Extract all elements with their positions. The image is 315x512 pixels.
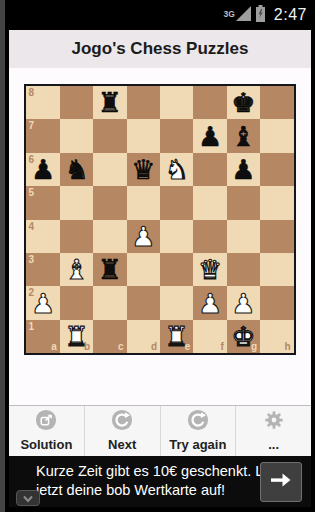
square-d8[interactable] <box>127 86 160 119</box>
square-f3[interactable]: ♛ <box>193 253 226 286</box>
square-g1[interactable]: g♚ <box>227 320 260 353</box>
try-again-label: Try again <box>169 437 226 452</box>
arrow-right-icon <box>269 470 293 494</box>
share-icon <box>35 409 57 434</box>
square-e3[interactable] <box>160 253 193 286</box>
square-e8[interactable] <box>160 86 193 119</box>
black-pawn-a6[interactable]: ♟ <box>31 156 55 183</box>
square-e1[interactable]: e♜ <box>160 320 193 353</box>
network-type-label: 3G <box>224 9 235 19</box>
chess-board: 8♜♚7♟♝6♟♞♛♞♟54♟3♝♜♛2♟♟♟1ab♜cde♜fg♚h <box>24 84 295 355</box>
square-a1[interactable]: 1a <box>26 320 59 353</box>
toolbar: Solution Next <box>9 405 311 456</box>
next-label: Next <box>108 437 136 452</box>
square-c1[interactable]: c <box>93 320 126 353</box>
square-b8[interactable] <box>60 86 93 119</box>
page-title: Jogo's Chess Puzzles <box>72 39 249 59</box>
white-bishop-b3[interactable]: ♝ <box>64 256 88 283</box>
refresh-icon <box>111 409 133 434</box>
square-g8[interactable]: ♚ <box>227 86 260 119</box>
square-b3[interactable]: ♝ <box>60 253 93 286</box>
square-c7[interactable] <box>93 119 126 152</box>
ad-collapse-button[interactable] <box>16 490 40 506</box>
square-g2[interactable]: ♟ <box>227 286 260 319</box>
refresh-icon <box>187 409 209 434</box>
rank-label-4: 4 <box>28 222 34 232</box>
black-rook-c3[interactable]: ♜ <box>98 256 122 283</box>
try-again-button[interactable]: Try again <box>161 406 237 456</box>
square-d3[interactable] <box>127 253 160 286</box>
square-e2[interactable] <box>160 286 193 319</box>
white-queen-f3[interactable]: ♛ <box>198 256 222 283</box>
square-f4[interactable] <box>193 220 226 253</box>
white-pawn-f2[interactable]: ♟ <box>198 290 222 317</box>
file-label-e: e <box>185 342 191 352</box>
square-g6[interactable]: ♟ <box>227 153 260 186</box>
square-f7[interactable]: ♟ <box>193 119 226 152</box>
rank-label-2: 2 <box>28 288 34 298</box>
square-b1[interactable]: b♜ <box>60 320 93 353</box>
square-c2[interactable] <box>93 286 126 319</box>
white-pawn-g2[interactable]: ♟ <box>231 290 255 317</box>
square-b7[interactable] <box>60 119 93 152</box>
solution-label: Solution <box>20 437 72 452</box>
square-b2[interactable] <box>60 286 93 319</box>
square-f5[interactable] <box>193 186 226 219</box>
file-label-h: h <box>284 342 290 352</box>
square-c4[interactable] <box>93 220 126 253</box>
square-g7[interactable]: ♝ <box>227 119 260 152</box>
square-c8[interactable]: ♜ <box>93 86 126 119</box>
square-g4[interactable] <box>227 220 260 253</box>
square-d4[interactable]: ♟ <box>127 220 160 253</box>
square-f8[interactable] <box>193 86 226 119</box>
chevron-down-icon <box>22 489 34 507</box>
square-d2[interactable] <box>127 286 160 319</box>
file-label-d: d <box>151 342 157 352</box>
black-king-g8[interactable]: ♚ <box>231 89 255 116</box>
square-f2[interactable]: ♟ <box>193 286 226 319</box>
square-h5[interactable] <box>260 186 293 219</box>
square-h7[interactable] <box>260 119 293 152</box>
square-d5[interactable] <box>127 186 160 219</box>
white-pawn-d4[interactable]: ♟ <box>131 223 155 250</box>
square-e5[interactable] <box>160 186 193 219</box>
square-f6[interactable] <box>193 153 226 186</box>
square-f1[interactable]: f <box>193 320 226 353</box>
file-label-a: a <box>51 342 57 352</box>
file-label-f: f <box>220 342 223 352</box>
rank-label-8: 8 <box>28 88 34 98</box>
black-knight-b6[interactable]: ♞ <box>64 156 88 183</box>
battery-icon <box>255 5 266 26</box>
square-g5[interactable] <box>227 186 260 219</box>
square-a3[interactable]: 3 <box>26 253 59 286</box>
ad-line1: Kurze Zeit gibt es 10€ geschenkt. Lade <box>36 462 288 481</box>
next-button[interactable]: Next <box>85 406 161 456</box>
square-c5[interactable] <box>93 186 126 219</box>
rank-label-1: 1 <box>28 322 34 332</box>
square-h6[interactable] <box>260 153 293 186</box>
board-area: 8♜♚7♟♝6♟♞♛♞♟54♟3♝♜♛2♟♟♟1ab♜cde♜fg♚h <box>9 84 311 355</box>
black-queen-d6[interactable]: ♛ <box>131 156 155 183</box>
phone-screen: 3G 2:47 Jogo's Chess Puzzles 8♜♚7♟♝6♟♞♛♞… <box>5 0 315 512</box>
square-a4[interactable]: 4 <box>26 220 59 253</box>
file-label-c: c <box>118 342 124 352</box>
white-pawn-a2[interactable]: ♟ <box>31 290 55 317</box>
square-a6[interactable]: 6♟ <box>26 153 59 186</box>
status-bar: 3G 2:47 <box>5 0 315 30</box>
square-e7[interactable] <box>160 119 193 152</box>
square-d6[interactable]: ♛ <box>127 153 160 186</box>
square-d1[interactable]: d <box>127 320 160 353</box>
square-a7[interactable]: 7 <box>26 119 59 152</box>
ad-line2: jetzt deine bob Wertkarte auf! <box>36 481 288 500</box>
solution-button[interactable]: Solution <box>9 406 85 456</box>
more-options-label: ... <box>268 437 279 452</box>
file-label-b: b <box>84 342 90 352</box>
ad-banner: Kurze Zeit gibt es 10€ geschenkt. Lade j… <box>9 456 311 507</box>
signal-indicator: 3G <box>224 6 251 25</box>
square-e6[interactable]: ♞ <box>160 153 193 186</box>
square-h8[interactable] <box>260 86 293 119</box>
black-pawn-g6[interactable]: ♟ <box>231 156 255 183</box>
ad-text[interactable]: Kurze Zeit gibt es 10€ geschenkt. Lade j… <box>36 462 288 500</box>
square-h4[interactable] <box>260 220 293 253</box>
clock: 2:47 <box>274 6 307 24</box>
rank-label-6: 6 <box>28 155 34 165</box>
square-g3[interactable] <box>227 253 260 286</box>
black-pawn-f7[interactable]: ♟ <box>198 123 222 150</box>
square-h1[interactable]: h <box>260 320 293 353</box>
square-a8[interactable]: 8 <box>26 86 59 119</box>
content-spacer <box>9 355 311 405</box>
signal-strength-icon <box>236 6 251 25</box>
more-options-button[interactable]: ... <box>236 406 311 456</box>
ad-action-button[interactable] <box>260 462 302 502</box>
square-b4[interactable] <box>60 220 93 253</box>
square-h2[interactable] <box>260 286 293 319</box>
gear-icon <box>263 409 285 434</box>
app-window: Jogo's Chess Puzzles 8♜♚7♟♝6♟♞♛♞♟54♟3♝♜♛… <box>9 30 311 507</box>
white-knight-e6[interactable]: ♞ <box>165 156 189 183</box>
device-frame-bottom <box>5 507 315 512</box>
square-a2[interactable]: 2♟ <box>26 286 59 319</box>
square-b5[interactable] <box>60 186 93 219</box>
black-rook-c8[interactable]: ♜ <box>98 89 122 116</box>
square-a5[interactable]: 5 <box>26 186 59 219</box>
rank-label-5: 5 <box>28 188 34 198</box>
title-bar: Jogo's Chess Puzzles <box>9 30 311 68</box>
rank-label-3: 3 <box>28 255 34 265</box>
square-h3[interactable] <box>260 253 293 286</box>
file-label-g: g <box>251 342 257 352</box>
square-e4[interactable] <box>160 220 193 253</box>
rank-label-7: 7 <box>28 121 34 131</box>
square-c3[interactable]: ♜ <box>93 253 126 286</box>
square-b6[interactable]: ♞ <box>60 153 93 186</box>
square-c6[interactable] <box>93 153 126 186</box>
black-bishop-g7[interactable]: ♝ <box>231 123 255 150</box>
square-d7[interactable] <box>127 119 160 152</box>
